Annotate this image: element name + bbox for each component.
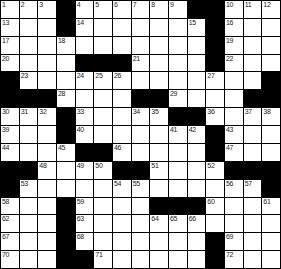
black-cell bbox=[20, 162, 38, 179]
grid-cell[interactable] bbox=[113, 108, 131, 125]
grid-cell[interactable]: 19 bbox=[225, 37, 243, 54]
black-cell bbox=[1, 90, 19, 107]
grid-cell[interactable] bbox=[262, 215, 280, 232]
grid-cell[interactable] bbox=[38, 198, 56, 215]
grid-cell[interactable] bbox=[20, 19, 38, 36]
grid-cell[interactable] bbox=[169, 180, 187, 197]
grid-cell[interactable] bbox=[94, 37, 112, 54]
grid-cell[interactable] bbox=[262, 55, 280, 72]
grid-cell[interactable] bbox=[132, 126, 150, 143]
clue-number: 25 bbox=[95, 72, 102, 80]
grid-cell[interactable]: 3 bbox=[38, 1, 56, 18]
grid-cell[interactable]: 50 bbox=[94, 162, 112, 179]
black-cell bbox=[57, 126, 75, 143]
grid-cell[interactable] bbox=[20, 126, 38, 143]
black-cell bbox=[57, 251, 75, 268]
grid-cell[interactable] bbox=[38, 126, 56, 143]
grid-cell[interactable] bbox=[57, 180, 75, 197]
clue-number: 41 bbox=[170, 126, 177, 134]
clue-number: 61 bbox=[263, 198, 270, 206]
grid-cell[interactable]: 11 bbox=[244, 1, 262, 18]
grid-cell[interactable]: 21 bbox=[132, 55, 150, 72]
grid-cell[interactable]: 54 bbox=[113, 180, 131, 197]
clue-number: 24 bbox=[77, 72, 84, 80]
grid-cell[interactable]: 5 bbox=[94, 1, 112, 18]
grid-cell[interactable]: 64 bbox=[150, 215, 168, 232]
grid-cell[interactable] bbox=[20, 215, 38, 232]
grid-cell[interactable] bbox=[38, 37, 56, 54]
grid-cell[interactable]: 10 bbox=[225, 1, 243, 18]
grid-cell[interactable] bbox=[20, 233, 38, 250]
black-cell bbox=[113, 55, 131, 72]
black-cell bbox=[262, 72, 280, 89]
grid-cell[interactable] bbox=[94, 126, 112, 143]
grid-cell[interactable]: 24 bbox=[76, 72, 94, 89]
clue-number: 44 bbox=[2, 144, 9, 152]
clue-number: 47 bbox=[226, 144, 233, 152]
grid-cell[interactable] bbox=[244, 215, 262, 232]
black-cell bbox=[57, 108, 75, 125]
grid-cell[interactable] bbox=[188, 144, 206, 161]
black-cell bbox=[188, 108, 206, 125]
grid-cell[interactable]: 60 bbox=[206, 198, 224, 215]
grid-cell[interactable] bbox=[132, 251, 150, 268]
clue-number: 58 bbox=[2, 198, 9, 206]
grid-cell[interactable] bbox=[150, 55, 168, 72]
grid-cell[interactable]: 55 bbox=[132, 180, 150, 197]
grid-cell[interactable]: 44 bbox=[1, 144, 19, 161]
grid-cell[interactable]: 65 bbox=[169, 215, 187, 232]
black-cell bbox=[57, 233, 75, 250]
clue-number: 39 bbox=[2, 126, 9, 134]
grid-cell[interactable] bbox=[244, 251, 262, 268]
grid-cell[interactable]: 52 bbox=[206, 162, 224, 179]
grid-cell[interactable] bbox=[20, 251, 38, 268]
grid-cell[interactable] bbox=[113, 215, 131, 232]
crossword-puzzle: 1234567891011121314151617181920212223242… bbox=[0, 0, 281, 269]
grid-cell[interactable] bbox=[188, 233, 206, 250]
grid-cell[interactable] bbox=[206, 180, 224, 197]
clue-number: 19 bbox=[226, 37, 233, 45]
clue-number: 68 bbox=[77, 233, 84, 241]
grid-cell[interactable] bbox=[262, 126, 280, 143]
grid-cell[interactable] bbox=[57, 72, 75, 89]
grid-cell[interactable]: 61 bbox=[262, 198, 280, 215]
grid-cell[interactable]: 56 bbox=[225, 180, 243, 197]
clue-number: 1 bbox=[2, 1, 6, 9]
grid-cell[interactable]: 9 bbox=[169, 1, 187, 18]
black-cell bbox=[94, 55, 112, 72]
clue-number: 29 bbox=[170, 90, 177, 98]
black-cell bbox=[38, 90, 56, 107]
black-cell bbox=[206, 1, 224, 18]
grid-cell[interactable] bbox=[244, 126, 262, 143]
clue-number: 36 bbox=[207, 108, 214, 116]
grid-cell[interactable]: 37 bbox=[244, 108, 262, 125]
clue-number: 48 bbox=[39, 162, 46, 170]
clue-number: 54 bbox=[114, 180, 121, 188]
grid-cell[interactable] bbox=[225, 72, 243, 89]
grid-cell[interactable] bbox=[38, 251, 56, 268]
clue-number: 3 bbox=[39, 1, 43, 9]
clue-number: 18 bbox=[58, 37, 65, 45]
grid-cell[interactable]: 41 bbox=[169, 126, 187, 143]
clue-number: 31 bbox=[21, 108, 28, 116]
grid-cell[interactable]: 30 bbox=[1, 108, 19, 125]
grid-cell[interactable] bbox=[132, 72, 150, 89]
grid-cell[interactable]: 43 bbox=[225, 126, 243, 143]
clue-number: 34 bbox=[133, 108, 140, 116]
grid-cell[interactable] bbox=[150, 251, 168, 268]
grid-cell[interactable]: 20 bbox=[1, 55, 19, 72]
clue-number: 30 bbox=[2, 108, 9, 116]
clue-number: 69 bbox=[226, 233, 233, 241]
grid-cell[interactable] bbox=[169, 233, 187, 250]
clue-number: 2 bbox=[21, 1, 25, 9]
grid-cell[interactable] bbox=[188, 37, 206, 54]
clue-number: 52 bbox=[207, 162, 214, 170]
black-cell bbox=[76, 144, 94, 161]
clue-number: 7 bbox=[133, 1, 137, 9]
grid-cell[interactable] bbox=[150, 180, 168, 197]
clue-number: 6 bbox=[114, 1, 118, 9]
grid-cell[interactable]: 12 bbox=[262, 1, 280, 18]
black-cell bbox=[150, 90, 168, 107]
black-cell bbox=[188, 198, 206, 215]
grid-cell[interactable] bbox=[169, 144, 187, 161]
black-cell bbox=[1, 180, 19, 197]
grid-cell[interactable] bbox=[94, 180, 112, 197]
black-cell bbox=[57, 198, 75, 215]
grid-cell[interactable]: 38 bbox=[262, 108, 280, 125]
grid-cell[interactable] bbox=[132, 233, 150, 250]
black-cell bbox=[132, 90, 150, 107]
clue-number: 35 bbox=[151, 108, 158, 116]
grid-cell[interactable]: 62 bbox=[1, 215, 19, 232]
grid-cell[interactable] bbox=[150, 19, 168, 36]
black-cell bbox=[1, 162, 19, 179]
clue-number: 17 bbox=[2, 37, 9, 45]
clue-number: 20 bbox=[2, 55, 9, 63]
black-cell bbox=[132, 162, 150, 179]
grid-cell[interactable] bbox=[169, 251, 187, 268]
grid-cell[interactable] bbox=[57, 162, 75, 179]
grid-cell[interactable] bbox=[132, 37, 150, 54]
grid-cell[interactable] bbox=[20, 37, 38, 54]
clue-number: 10 bbox=[226, 1, 233, 9]
clue-number: 22 bbox=[226, 55, 233, 63]
grid-cell[interactable]: 51 bbox=[150, 162, 168, 179]
grid-cell[interactable]: 32 bbox=[38, 108, 56, 125]
clue-number: 51 bbox=[151, 162, 158, 170]
grid-cell[interactable] bbox=[206, 90, 224, 107]
clue-number: 57 bbox=[245, 180, 252, 188]
black-cell bbox=[1, 72, 19, 89]
clue-number: 53 bbox=[21, 180, 28, 188]
grid-cell[interactable] bbox=[244, 55, 262, 72]
grid-cell[interactable] bbox=[94, 108, 112, 125]
grid-cell[interactable] bbox=[94, 90, 112, 107]
clue-number: 40 bbox=[77, 126, 84, 134]
clue-number: 60 bbox=[207, 198, 214, 206]
grid-cell[interactable] bbox=[169, 37, 187, 54]
grid-cell[interactable] bbox=[113, 126, 131, 143]
grid-cell[interactable] bbox=[150, 233, 168, 250]
clue-number: 59 bbox=[77, 198, 84, 206]
black-cell bbox=[76, 55, 94, 72]
grid-cell[interactable] bbox=[188, 162, 206, 179]
grid-cell[interactable]: 26 bbox=[113, 72, 131, 89]
grid-cell[interactable] bbox=[132, 198, 150, 215]
grid-cell[interactable]: 1 bbox=[1, 1, 19, 18]
clue-number: 72 bbox=[226, 251, 233, 259]
clue-number: 50 bbox=[95, 162, 102, 170]
clue-number: 28 bbox=[58, 90, 65, 98]
clue-number: 32 bbox=[39, 108, 46, 116]
grid-cell[interactable] bbox=[188, 180, 206, 197]
clue-number: 65 bbox=[170, 215, 177, 223]
clue-number: 5 bbox=[95, 1, 99, 9]
clue-number: 33 bbox=[77, 108, 84, 116]
grid-cell[interactable] bbox=[38, 233, 56, 250]
clue-number: 27 bbox=[207, 72, 214, 80]
grid-cell[interactable] bbox=[38, 72, 56, 89]
clue-number: 23 bbox=[21, 72, 28, 80]
grid-cell[interactable] bbox=[150, 144, 168, 161]
clue-number: 11 bbox=[245, 1, 252, 9]
grid-cell[interactable] bbox=[76, 180, 94, 197]
black-cell bbox=[169, 108, 187, 125]
grid-cell[interactable] bbox=[150, 72, 168, 89]
clue-number: 45 bbox=[58, 144, 65, 152]
grid-cell[interactable] bbox=[150, 126, 168, 143]
clue-number: 43 bbox=[226, 126, 233, 134]
grid-cell[interactable] bbox=[94, 198, 112, 215]
black-cell bbox=[244, 90, 262, 107]
grid-cell[interactable]: 67 bbox=[1, 233, 19, 250]
grid-cell[interactable]: 70 bbox=[1, 251, 19, 268]
grid-cell[interactable] bbox=[38, 144, 56, 161]
grid-cell[interactable] bbox=[20, 198, 38, 215]
clue-number: 14 bbox=[77, 19, 84, 27]
grid-cell[interactable]: 42 bbox=[188, 126, 206, 143]
grid-cell[interactable] bbox=[113, 233, 131, 250]
grid-cell[interactable]: 69 bbox=[225, 233, 243, 250]
grid-cell[interactable] bbox=[225, 215, 243, 232]
grid-cell[interactable]: 18 bbox=[57, 37, 75, 54]
grid-cell[interactable]: 35 bbox=[150, 108, 168, 125]
grid-cell[interactable] bbox=[244, 198, 262, 215]
grid-cell[interactable]: 46 bbox=[113, 144, 131, 161]
clue-number: 8 bbox=[151, 1, 155, 9]
grid-cell[interactable] bbox=[132, 215, 150, 232]
grid-cell[interactable]: 2 bbox=[20, 1, 38, 18]
clue-number: 37 bbox=[245, 108, 252, 116]
grid-cell[interactable] bbox=[20, 55, 38, 72]
black-cell bbox=[57, 1, 75, 18]
grid-cell[interactable] bbox=[169, 55, 187, 72]
grid-cell[interactable]: 27 bbox=[206, 72, 224, 89]
grid-cell[interactable]: 31 bbox=[20, 108, 38, 125]
grid-cell[interactable]: 14 bbox=[76, 19, 94, 36]
grid-cell[interactable] bbox=[132, 19, 150, 36]
grid-cell[interactable]: 68 bbox=[76, 233, 94, 250]
black-cell bbox=[262, 180, 280, 197]
clue-number: 66 bbox=[189, 215, 196, 223]
grid-cell[interactable]: 15 bbox=[188, 19, 206, 36]
clue-number: 4 bbox=[77, 1, 81, 9]
black-cell bbox=[206, 37, 224, 54]
grid-cell[interactable]: 17 bbox=[1, 37, 19, 54]
grid-cell[interactable]: 13 bbox=[1, 19, 19, 36]
grid-cell[interactable] bbox=[262, 19, 280, 36]
grid-cell[interactable] bbox=[38, 55, 56, 72]
grid-cell[interactable] bbox=[169, 162, 187, 179]
grid-cell[interactable] bbox=[113, 90, 131, 107]
grid-cell[interactable]: 63 bbox=[76, 215, 94, 232]
clue-number: 15 bbox=[189, 19, 196, 27]
grid-cell[interactable]: 53 bbox=[20, 180, 38, 197]
crossword-grid: 1234567891011121314151617181920212223242… bbox=[0, 0, 281, 269]
grid-cell[interactable] bbox=[20, 144, 38, 161]
clue-number: 67 bbox=[2, 233, 9, 241]
grid-cell[interactable] bbox=[57, 55, 75, 72]
grid-cell[interactable] bbox=[150, 37, 168, 54]
clue-number: 26 bbox=[114, 72, 121, 80]
grid-cell[interactable] bbox=[225, 108, 243, 125]
grid-cell[interactable]: 16 bbox=[225, 19, 243, 36]
grid-cell[interactable] bbox=[188, 72, 206, 89]
grid-cell[interactable]: 48 bbox=[38, 162, 56, 179]
clue-number: 55 bbox=[133, 180, 140, 188]
black-cell bbox=[206, 55, 224, 72]
clue-number: 42 bbox=[189, 126, 196, 134]
clue-number: 46 bbox=[114, 144, 121, 152]
grid-cell[interactable] bbox=[94, 19, 112, 36]
grid-cell[interactable] bbox=[262, 144, 280, 161]
grid-cell[interactable]: 4 bbox=[76, 1, 94, 18]
grid-cell[interactable] bbox=[262, 233, 280, 250]
grid-cell[interactable] bbox=[113, 198, 131, 215]
grid-cell[interactable] bbox=[225, 198, 243, 215]
black-cell bbox=[113, 162, 131, 179]
grid-cell[interactable]: 59 bbox=[76, 198, 94, 215]
clue-number: 9 bbox=[170, 1, 174, 9]
grid-cell[interactable]: 39 bbox=[1, 126, 19, 143]
grid-cell[interactable] bbox=[132, 144, 150, 161]
black-cell bbox=[206, 251, 224, 268]
grid-cell[interactable] bbox=[188, 55, 206, 72]
clue-number: 21 bbox=[133, 55, 140, 63]
black-cell bbox=[225, 162, 243, 179]
grid-cell[interactable] bbox=[94, 215, 112, 232]
black-cell bbox=[57, 19, 75, 36]
grid-cell[interactable]: 66 bbox=[188, 215, 206, 232]
grid-cell[interactable] bbox=[169, 19, 187, 36]
black-cell bbox=[94, 144, 112, 161]
grid-cell[interactable]: 72 bbox=[225, 251, 243, 268]
grid-cell[interactable]: 40 bbox=[76, 126, 94, 143]
grid-cell[interactable]: 36 bbox=[206, 108, 224, 125]
grid-cell[interactable]: 23 bbox=[20, 72, 38, 89]
grid-cell[interactable] bbox=[38, 180, 56, 197]
grid-cell[interactable] bbox=[244, 72, 262, 89]
grid-cell[interactable] bbox=[244, 144, 262, 161]
grid-cell[interactable] bbox=[94, 233, 112, 250]
black-cell bbox=[244, 162, 262, 179]
grid-cell[interactable]: 22 bbox=[225, 55, 243, 72]
grid-cell[interactable] bbox=[188, 251, 206, 268]
grid-cell[interactable] bbox=[113, 37, 131, 54]
black-cell bbox=[57, 215, 75, 232]
grid-cell[interactable] bbox=[244, 37, 262, 54]
grid-cell[interactable]: 7 bbox=[132, 1, 150, 18]
black-cell bbox=[150, 198, 168, 215]
grid-cell[interactable]: 58 bbox=[1, 198, 19, 215]
grid-cell[interactable] bbox=[244, 233, 262, 250]
clue-number: 13 bbox=[2, 19, 9, 27]
clue-number: 63 bbox=[77, 215, 84, 223]
clue-number: 16 bbox=[226, 19, 233, 27]
clue-number: 49 bbox=[77, 162, 84, 170]
grid-cell[interactable]: 71 bbox=[94, 251, 112, 268]
black-cell bbox=[206, 126, 224, 143]
grid-cell[interactable] bbox=[225, 90, 243, 107]
grid-cell[interactable] bbox=[244, 19, 262, 36]
grid-cell[interactable]: 8 bbox=[150, 1, 168, 18]
grid-cell[interactable] bbox=[113, 19, 131, 36]
grid-cell[interactable] bbox=[169, 72, 187, 89]
clue-number: 62 bbox=[2, 215, 9, 223]
black-cell bbox=[20, 90, 38, 107]
grid-cell[interactable]: 6 bbox=[113, 1, 131, 18]
grid-cell[interactable] bbox=[38, 215, 56, 232]
clue-number: 71 bbox=[95, 251, 102, 259]
clue-number: 12 bbox=[263, 1, 270, 9]
clue-number: 70 bbox=[2, 251, 9, 259]
grid-cell[interactable] bbox=[188, 90, 206, 107]
grid-cell[interactable]: 33 bbox=[76, 108, 94, 125]
grid-cell[interactable]: 29 bbox=[169, 90, 187, 107]
grid-cell[interactable] bbox=[206, 215, 224, 232]
grid-cell[interactable] bbox=[262, 251, 280, 268]
grid-cell[interactable] bbox=[76, 37, 94, 54]
black-cell bbox=[206, 233, 224, 250]
black-cell bbox=[76, 251, 94, 268]
black-cell bbox=[188, 1, 206, 18]
clue-number: 64 bbox=[151, 215, 158, 223]
black-cell bbox=[206, 19, 224, 36]
clue-number: 38 bbox=[263, 108, 270, 116]
grid-cell[interactable] bbox=[113, 251, 131, 268]
clue-number: 56 bbox=[226, 180, 233, 188]
grid-cell[interactable]: 25 bbox=[94, 72, 112, 89]
black-cell bbox=[206, 144, 224, 161]
black-cell bbox=[262, 162, 280, 179]
grid-cell[interactable]: 47 bbox=[225, 144, 243, 161]
grid-cell[interactable] bbox=[76, 90, 94, 107]
grid-cell[interactable] bbox=[262, 37, 280, 54]
grid-cell[interactable]: 57 bbox=[244, 180, 262, 197]
black-cell bbox=[169, 198, 187, 215]
grid-cell[interactable]: 45 bbox=[57, 144, 75, 161]
black-cell bbox=[262, 90, 280, 107]
grid-cell[interactable]: 34 bbox=[132, 108, 150, 125]
grid-cell[interactable] bbox=[38, 19, 56, 36]
grid-cell[interactable]: 28 bbox=[57, 90, 75, 107]
grid-cell[interactable]: 49 bbox=[76, 162, 94, 179]
